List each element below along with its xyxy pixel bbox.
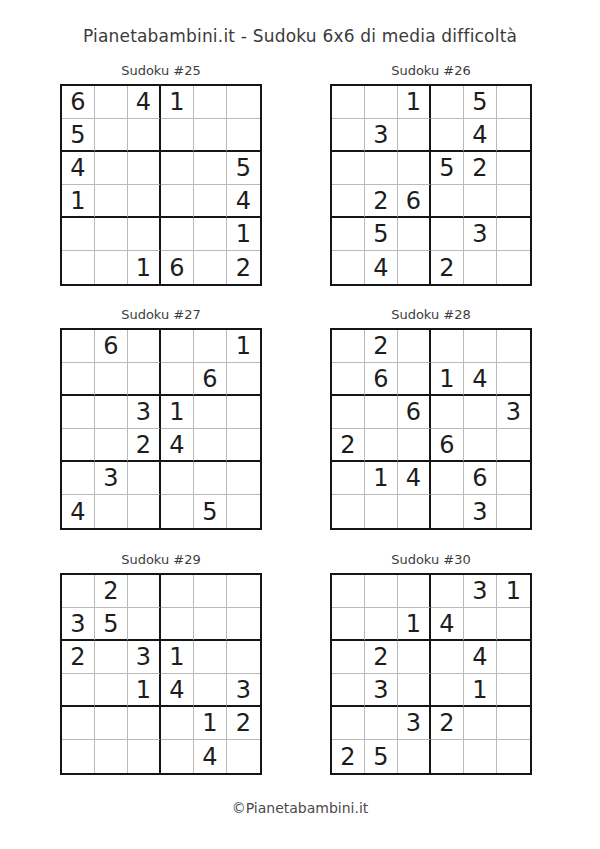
cell-r6c1-empty bbox=[62, 740, 95, 773]
puzzle-29-title: Sudoku #29 bbox=[60, 551, 262, 573]
cell-r6c5-empty bbox=[464, 251, 497, 284]
cell-r3c3-empty bbox=[398, 641, 431, 674]
cell-r2c6-empty bbox=[497, 119, 530, 152]
cell-r3c4-given: 5 bbox=[431, 152, 464, 185]
cell-r6c3-empty bbox=[128, 495, 161, 528]
cell-r1c5-empty bbox=[464, 330, 497, 363]
cell-r1c1-empty bbox=[332, 86, 365, 119]
cell-r4c2-empty bbox=[95, 674, 128, 707]
cell-r1c3-empty bbox=[398, 575, 431, 608]
puzzle-28: Sudoku #28 261463261463 bbox=[330, 306, 532, 530]
cell-r5c6-given: 1 bbox=[227, 218, 260, 251]
cell-r3c4-given: 1 bbox=[161, 641, 194, 674]
cell-r2c1-given: 3 bbox=[62, 608, 95, 641]
cell-r5c5-empty bbox=[464, 707, 497, 740]
cell-r3c5-empty bbox=[194, 152, 227, 185]
cell-r1c2-given: 2 bbox=[95, 575, 128, 608]
cell-r4c3-empty bbox=[398, 429, 431, 462]
cell-r1c4-empty bbox=[431, 86, 464, 119]
cell-r4c3-given: 1 bbox=[128, 674, 161, 707]
cell-r1c1-empty bbox=[62, 330, 95, 363]
cell-r1c3-given: 4 bbox=[128, 86, 161, 119]
puzzle-26: Sudoku #26 153452265342 bbox=[330, 62, 532, 286]
cell-r6c2-empty bbox=[365, 495, 398, 528]
cell-r6c1-given: 2 bbox=[332, 740, 365, 773]
cell-r2c1-given: 5 bbox=[62, 119, 95, 152]
cell-r1c5-empty bbox=[194, 575, 227, 608]
cell-r2c2-given: 3 bbox=[365, 119, 398, 152]
cell-r1c1-given: 6 bbox=[62, 86, 95, 119]
cell-r5c1-empty bbox=[62, 218, 95, 251]
cell-r6c3-empty bbox=[398, 495, 431, 528]
cell-r5c5-empty bbox=[194, 462, 227, 495]
cell-r2c2-given: 5 bbox=[95, 608, 128, 641]
cell-r4c5-empty bbox=[194, 674, 227, 707]
cell-r4c4-empty bbox=[431, 674, 464, 707]
cell-r3c5-empty bbox=[194, 396, 227, 429]
cell-r4c6-empty bbox=[497, 185, 530, 218]
cell-r1c2-given: 2 bbox=[365, 330, 398, 363]
cell-r2c3-empty bbox=[128, 119, 161, 152]
cell-r4c1-given: 2 bbox=[332, 429, 365, 462]
cell-r1c4-empty bbox=[431, 330, 464, 363]
cell-r4c6-empty bbox=[497, 674, 530, 707]
cell-r6c6-empty bbox=[497, 251, 530, 284]
puzzle-27-title: Sudoku #27 bbox=[60, 306, 262, 328]
cell-r6c5-given: 4 bbox=[194, 740, 227, 773]
cell-r5c2-empty bbox=[95, 707, 128, 740]
cell-r1c3-empty bbox=[398, 330, 431, 363]
cell-r4c2-given: 3 bbox=[365, 674, 398, 707]
puzzle-28-title: Sudoku #28 bbox=[330, 306, 532, 328]
cell-r6c1-empty bbox=[62, 251, 95, 284]
cell-r2c6-empty bbox=[227, 608, 260, 641]
cell-r1c3-empty bbox=[128, 330, 161, 363]
cell-r1c6-empty bbox=[497, 86, 530, 119]
cell-r6c4-empty bbox=[161, 740, 194, 773]
cell-r3c1-given: 4 bbox=[62, 152, 95, 185]
cell-r4c6-given: 4 bbox=[227, 185, 260, 218]
cell-r6c3-given: 1 bbox=[128, 251, 161, 284]
cell-r2c5-given: 6 bbox=[194, 363, 227, 396]
cell-r6c4-empty bbox=[431, 495, 464, 528]
cell-r2c1-empty bbox=[62, 363, 95, 396]
cell-r3c6-empty bbox=[227, 396, 260, 429]
cell-r2c2-empty bbox=[95, 119, 128, 152]
cell-r6c6-empty bbox=[227, 740, 260, 773]
cell-r6c4-given: 2 bbox=[431, 251, 464, 284]
cell-r6c6-empty bbox=[497, 740, 530, 773]
cell-r2c6-empty bbox=[227, 363, 260, 396]
cell-r5c6-empty bbox=[227, 462, 260, 495]
cell-r4c1-empty bbox=[332, 185, 365, 218]
cell-r3c3-empty bbox=[398, 152, 431, 185]
cell-r6c4-given: 6 bbox=[161, 251, 194, 284]
puzzle-30: Sudoku #30 311424313225 bbox=[330, 551, 532, 775]
cell-r5c4-empty bbox=[161, 218, 194, 251]
cell-r4c1-empty bbox=[62, 429, 95, 462]
cell-r5c3-empty bbox=[128, 707, 161, 740]
cell-r4c6-given: 3 bbox=[227, 674, 260, 707]
cell-r1c2-given: 6 bbox=[95, 330, 128, 363]
cell-r2c3-empty bbox=[128, 363, 161, 396]
cell-r6c3-empty bbox=[128, 740, 161, 773]
cell-r6c6-empty bbox=[497, 495, 530, 528]
cell-r5c2-empty bbox=[365, 707, 398, 740]
cell-r4c6-empty bbox=[497, 429, 530, 462]
sudoku-sheet: Pianetabambini.it - Sudoku 6x6 di media … bbox=[0, 0, 600, 849]
cell-r6c4-empty bbox=[161, 495, 194, 528]
cell-r4c3-given: 6 bbox=[398, 185, 431, 218]
cell-r6c3-empty bbox=[398, 251, 431, 284]
cell-r2c5-given: 4 bbox=[464, 119, 497, 152]
cell-r3c5-empty bbox=[464, 396, 497, 429]
cell-r6c2-given: 4 bbox=[365, 251, 398, 284]
cell-r3c3-given: 3 bbox=[128, 396, 161, 429]
cell-r1c6-empty bbox=[227, 86, 260, 119]
cell-r4c1-empty bbox=[332, 674, 365, 707]
cell-r3c3-given: 3 bbox=[128, 641, 161, 674]
cell-r5c1-empty bbox=[332, 707, 365, 740]
cell-r1c3-given: 1 bbox=[398, 86, 431, 119]
cell-r5c2-given: 1 bbox=[365, 462, 398, 495]
cell-r5c2-given: 3 bbox=[95, 462, 128, 495]
cell-r6c4-empty bbox=[431, 740, 464, 773]
cell-r1c5-empty bbox=[194, 330, 227, 363]
cell-r1c3-empty bbox=[128, 575, 161, 608]
cell-r5c3-given: 3 bbox=[398, 707, 431, 740]
cell-r5c4-empty bbox=[161, 462, 194, 495]
cell-r3c1-empty bbox=[332, 152, 365, 185]
cell-r2c2-empty bbox=[95, 363, 128, 396]
cell-r4c4-empty bbox=[161, 185, 194, 218]
cell-r3c1-empty bbox=[332, 641, 365, 674]
cell-r4c4-given: 4 bbox=[161, 674, 194, 707]
cell-r1c5-empty bbox=[194, 86, 227, 119]
cell-r3c2-empty bbox=[365, 152, 398, 185]
cell-r3c2-empty bbox=[365, 396, 398, 429]
cell-r1c6-given: 1 bbox=[497, 575, 530, 608]
sudoku-board-29: 235231143124 bbox=[60, 573, 262, 775]
cell-r3c6-given: 5 bbox=[227, 152, 260, 185]
puzzle-30-title: Sudoku #30 bbox=[330, 551, 532, 573]
cell-r3c2-empty bbox=[95, 152, 128, 185]
sudoku-board-26: 153452265342 bbox=[330, 84, 532, 286]
cell-r5c3-empty bbox=[128, 462, 161, 495]
cell-r2c5-empty bbox=[194, 119, 227, 152]
cell-r4c1-given: 1 bbox=[62, 185, 95, 218]
cell-r1c2-empty bbox=[95, 86, 128, 119]
puzzle-29: Sudoku #29 235231143124 bbox=[60, 551, 262, 775]
cell-r2c1-empty bbox=[332, 119, 365, 152]
cell-r3c6-empty bbox=[497, 152, 530, 185]
cell-r6c2-empty bbox=[95, 495, 128, 528]
cell-r5c3-given: 4 bbox=[398, 462, 431, 495]
cell-r5c2-given: 5 bbox=[365, 218, 398, 251]
cell-r2c5-empty bbox=[464, 608, 497, 641]
cell-r5c1-empty bbox=[62, 707, 95, 740]
cell-r5c6-empty bbox=[497, 218, 530, 251]
cell-r6c1-empty bbox=[332, 251, 365, 284]
cell-r5c3-empty bbox=[128, 218, 161, 251]
cell-r3c2-given: 2 bbox=[365, 641, 398, 674]
cell-r3c1-given: 2 bbox=[62, 641, 95, 674]
cell-r4c6-empty bbox=[227, 429, 260, 462]
cell-r3c4-given: 1 bbox=[161, 396, 194, 429]
cell-r3c1-empty bbox=[332, 396, 365, 429]
cell-r2c4-given: 4 bbox=[431, 608, 464, 641]
cell-r2c2-given: 6 bbox=[365, 363, 398, 396]
footer-credit: ©Pianetabambini.it bbox=[0, 800, 600, 816]
cell-r1c5-given: 5 bbox=[464, 86, 497, 119]
cell-r2c4-empty bbox=[161, 119, 194, 152]
cell-r6c2-empty bbox=[95, 740, 128, 773]
cell-r4c5-empty bbox=[464, 185, 497, 218]
cell-r2c3-given: 1 bbox=[398, 608, 431, 641]
cell-r5c6-empty bbox=[497, 707, 530, 740]
cell-r6c1-given: 4 bbox=[62, 495, 95, 528]
cell-r2c1-empty bbox=[332, 363, 365, 396]
cell-r3c2-empty bbox=[95, 641, 128, 674]
cell-r2c5-given: 4 bbox=[464, 363, 497, 396]
cell-r1c5-given: 3 bbox=[464, 575, 497, 608]
cell-r5c2-empty bbox=[95, 218, 128, 251]
cell-r3c4-empty bbox=[161, 152, 194, 185]
cell-r1c2-empty bbox=[365, 86, 398, 119]
cell-r1c6-empty bbox=[497, 330, 530, 363]
cell-r4c5-empty bbox=[194, 185, 227, 218]
cell-r5c6-given: 2 bbox=[227, 707, 260, 740]
cell-r4c2-empty bbox=[365, 429, 398, 462]
cell-r3c4-empty bbox=[431, 396, 464, 429]
cell-r5c5-empty bbox=[194, 218, 227, 251]
page-title: Pianetabambini.it - Sudoku 6x6 di media … bbox=[0, 26, 600, 46]
cell-r1c6-empty bbox=[227, 575, 260, 608]
cell-r6c5-given: 5 bbox=[194, 495, 227, 528]
puzzle-25: Sudoku #25 641545141162 bbox=[60, 62, 262, 286]
cell-r3c2-empty bbox=[95, 396, 128, 429]
cell-r2c4-empty bbox=[161, 608, 194, 641]
cell-r6c2-given: 5 bbox=[365, 740, 398, 773]
cell-r6c3-empty bbox=[398, 740, 431, 773]
cell-r2c3-empty bbox=[398, 119, 431, 152]
cell-r5c4-empty bbox=[161, 707, 194, 740]
cell-r2c2-empty bbox=[365, 608, 398, 641]
cell-r2c3-empty bbox=[398, 363, 431, 396]
cell-r5c6-empty bbox=[497, 462, 530, 495]
cell-r2c6-empty bbox=[227, 119, 260, 152]
cell-r5c1-empty bbox=[62, 462, 95, 495]
cell-r4c4-empty bbox=[431, 185, 464, 218]
cell-r4c5-given: 1 bbox=[464, 674, 497, 707]
cell-r5c1-empty bbox=[332, 462, 365, 495]
cell-r1c1-empty bbox=[62, 575, 95, 608]
cell-r4c5-empty bbox=[464, 429, 497, 462]
cell-r4c2-empty bbox=[95, 429, 128, 462]
cell-r4c2-given: 2 bbox=[365, 185, 398, 218]
cell-r6c6-empty bbox=[227, 495, 260, 528]
cell-r1c4-empty bbox=[431, 575, 464, 608]
cell-r1c1-empty bbox=[332, 575, 365, 608]
cell-r4c3-given: 2 bbox=[128, 429, 161, 462]
cell-r6c5-empty bbox=[194, 251, 227, 284]
cell-r4c4-given: 6 bbox=[431, 429, 464, 462]
cell-r4c5-empty bbox=[194, 429, 227, 462]
cell-r4c3-empty bbox=[128, 185, 161, 218]
cell-r5c4-given: 2 bbox=[431, 707, 464, 740]
cell-r3c6-empty bbox=[227, 641, 260, 674]
puzzle-26-title: Sudoku #26 bbox=[330, 62, 532, 84]
cell-r1c2-empty bbox=[365, 575, 398, 608]
cell-r3c6-empty bbox=[497, 641, 530, 674]
sudoku-board-25: 641545141162 bbox=[60, 84, 262, 286]
cell-r3c5-given: 4 bbox=[464, 641, 497, 674]
sudoku-board-27: 6163124345 bbox=[60, 328, 262, 530]
cell-r5c4-empty bbox=[431, 462, 464, 495]
cell-r3c3-given: 6 bbox=[398, 396, 431, 429]
cell-r2c6-empty bbox=[497, 608, 530, 641]
cell-r3c6-given: 3 bbox=[497, 396, 530, 429]
puzzle-25-title: Sudoku #25 bbox=[60, 62, 262, 84]
cell-r3c5-given: 2 bbox=[464, 152, 497, 185]
cell-r6c5-empty bbox=[464, 740, 497, 773]
cell-r6c2-empty bbox=[95, 251, 128, 284]
cell-r5c3-empty bbox=[398, 218, 431, 251]
cell-r5c5-given: 3 bbox=[464, 218, 497, 251]
cell-r2c4-empty bbox=[161, 363, 194, 396]
puzzle-27: Sudoku #27 6163124345 bbox=[60, 306, 262, 530]
cell-r6c6-given: 2 bbox=[227, 251, 260, 284]
cell-r2c5-empty bbox=[194, 608, 227, 641]
cell-r6c1-empty bbox=[332, 495, 365, 528]
cell-r3c1-empty bbox=[62, 396, 95, 429]
cell-r1c4-given: 1 bbox=[161, 86, 194, 119]
cell-r2c3-empty bbox=[128, 608, 161, 641]
cell-r1c1-empty bbox=[332, 330, 365, 363]
cell-r1c6-given: 1 bbox=[227, 330, 260, 363]
sudoku-board-28: 261463261463 bbox=[330, 328, 532, 530]
sudoku-board-30: 311424313225 bbox=[330, 573, 532, 775]
cell-r4c2-empty bbox=[95, 185, 128, 218]
cell-r2c6-empty bbox=[497, 363, 530, 396]
cell-r3c5-empty bbox=[194, 641, 227, 674]
cell-r1c4-empty bbox=[161, 575, 194, 608]
cell-r5c5-given: 1 bbox=[194, 707, 227, 740]
cell-r4c4-given: 4 bbox=[161, 429, 194, 462]
cell-r6c5-given: 3 bbox=[464, 495, 497, 528]
cell-r3c4-empty bbox=[431, 641, 464, 674]
cell-r1c4-empty bbox=[161, 330, 194, 363]
cell-r2c1-empty bbox=[332, 608, 365, 641]
cell-r3c3-empty bbox=[128, 152, 161, 185]
cell-r2c4-empty bbox=[431, 119, 464, 152]
cell-r5c1-empty bbox=[332, 218, 365, 251]
cell-r5c5-given: 6 bbox=[464, 462, 497, 495]
cell-r4c3-empty bbox=[398, 674, 431, 707]
cell-r5c4-empty bbox=[431, 218, 464, 251]
cell-r2c4-given: 1 bbox=[431, 363, 464, 396]
cell-r4c1-empty bbox=[62, 674, 95, 707]
